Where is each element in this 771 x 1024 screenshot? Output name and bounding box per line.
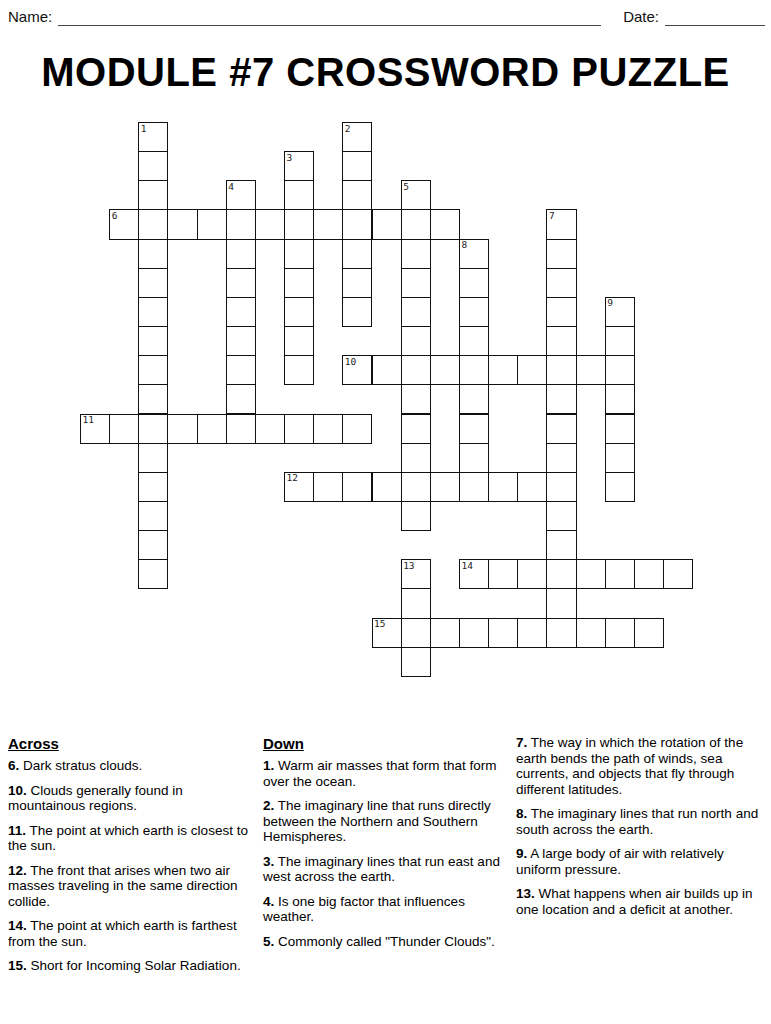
clue-number: 9 xyxy=(607,298,613,308)
grid-cell[interactable] xyxy=(605,355,635,385)
grid-cell[interactable] xyxy=(138,239,168,269)
grid-cell[interactable] xyxy=(167,209,197,239)
grid-cell[interactable] xyxy=(401,384,431,414)
grid-cell[interactable] xyxy=(517,355,547,385)
grid-cell[interactable] xyxy=(605,326,635,356)
grid-cell[interactable] xyxy=(546,384,576,414)
grid-cell[interactable] xyxy=(284,239,314,269)
grid-cell[interactable] xyxy=(517,559,547,589)
grid-cell[interactable] xyxy=(372,355,402,385)
grid-cell[interactable] xyxy=(576,559,606,589)
grid-cell[interactable] xyxy=(517,618,547,648)
clue-item: 6. Dark stratus clouds. xyxy=(8,758,256,774)
grid-cell[interactable] xyxy=(401,268,431,298)
grid-cell[interactable] xyxy=(284,355,314,385)
grid-cell[interactable]: 7 xyxy=(546,209,576,239)
grid-cell[interactable] xyxy=(167,414,197,444)
grid-cell[interactable] xyxy=(401,501,431,531)
grid-cell[interactable] xyxy=(634,618,664,648)
grid-cell[interactable] xyxy=(605,384,635,414)
clue-item: 4. Is one big factor that influences wea… xyxy=(263,894,511,925)
grid-cell[interactable] xyxy=(138,501,168,531)
grid-cell[interactable]: 14 xyxy=(459,559,489,589)
clue-number: 11 xyxy=(83,415,94,425)
grid-cell[interactable] xyxy=(138,180,168,210)
grid-cell[interactable] xyxy=(197,209,227,239)
grid-cell[interactable] xyxy=(284,268,314,298)
grid-cell[interactable]: 13 xyxy=(401,559,431,589)
grid-cell[interactable] xyxy=(605,472,635,502)
grid-cell[interactable]: 6 xyxy=(109,209,139,239)
grid-cell[interactable]: 8 xyxy=(459,239,489,269)
clue-number: 2 xyxy=(345,124,351,134)
across-clues-list: 6. Dark stratus clouds.10. Clouds genera… xyxy=(8,758,256,974)
grid-cell[interactable] xyxy=(226,297,256,327)
clue-item: 12. The front that arises when two air m… xyxy=(8,863,256,910)
grid-cell[interactable] xyxy=(488,355,518,385)
grid-cell[interactable] xyxy=(255,414,285,444)
clue-number: 4 xyxy=(228,182,234,192)
grid-cell[interactable] xyxy=(459,297,489,327)
grid-cell[interactable] xyxy=(197,414,227,444)
grid-cell[interactable] xyxy=(372,209,402,239)
grid-cell[interactable] xyxy=(401,297,431,327)
clue-item: 3. The imaginary lines that run east and… xyxy=(263,854,511,885)
grid-cell[interactable] xyxy=(430,472,460,502)
grid-cell[interactable] xyxy=(605,559,635,589)
grid-cell[interactable] xyxy=(342,209,372,239)
clue-item: 2. The imaginary line that runs directly… xyxy=(263,798,511,845)
grid-cell[interactable] xyxy=(488,618,518,648)
grid-cell[interactable] xyxy=(138,268,168,298)
clue-item: 15. Short for Incoming Solar Radiation. xyxy=(8,958,256,974)
grid-cell[interactable] xyxy=(226,239,256,269)
grid-cell[interactable] xyxy=(546,501,576,531)
grid-cell[interactable] xyxy=(138,384,168,414)
grid-cell[interactable] xyxy=(226,209,256,239)
grid-cell[interactable] xyxy=(226,326,256,356)
name-date-row: Name: Date: xyxy=(8,8,765,26)
clue-item: 7. The way in which the rotation of the … xyxy=(516,735,766,797)
grid-cell[interactable] xyxy=(342,151,372,181)
grid-cell[interactable] xyxy=(401,588,431,618)
grid-cell[interactable]: 3 xyxy=(284,151,314,181)
grid-cell[interactable]: 11 xyxy=(80,414,110,444)
grid-cell[interactable] xyxy=(255,209,285,239)
clue-item: 1. Warm air masses that form that form o… xyxy=(263,758,511,789)
grid-cell[interactable] xyxy=(517,472,547,502)
grid-cell[interactable] xyxy=(576,618,606,648)
grid-cell[interactable] xyxy=(401,355,431,385)
grid-cell[interactable] xyxy=(546,443,576,473)
grid-cell[interactable] xyxy=(138,355,168,385)
clue-item: 5. Commonly called "Thunder Clouds". xyxy=(263,934,511,950)
grid-cell[interactable] xyxy=(430,209,460,239)
grid-cell[interactable] xyxy=(284,180,314,210)
grid-cell[interactable] xyxy=(430,355,460,385)
grid-cell[interactable]: 9 xyxy=(605,297,635,327)
grid-cell[interactable] xyxy=(284,414,314,444)
grid-cell[interactable] xyxy=(313,209,343,239)
grid-cell[interactable]: 15 xyxy=(372,618,402,648)
clue-number: 15 xyxy=(374,619,385,629)
grid-cell[interactable] xyxy=(138,559,168,589)
clue-item: 10. Clouds generally found in mountainou… xyxy=(8,783,256,814)
grid-cell[interactable] xyxy=(372,472,402,502)
down-clues-column-1: Down 1. Warm air masses that form that f… xyxy=(263,735,511,958)
grid-cell[interactable] xyxy=(342,414,372,444)
grid-cell[interactable] xyxy=(401,326,431,356)
date-input-line[interactable] xyxy=(665,8,765,26)
grid-cell[interactable]: 1 xyxy=(138,122,168,152)
across-heading: Across xyxy=(8,735,256,752)
clue-number: 8 xyxy=(461,240,467,250)
grid-cell[interactable] xyxy=(605,443,635,473)
grid-cell[interactable] xyxy=(459,384,489,414)
grid-cell[interactable] xyxy=(342,180,372,210)
grid-cell[interactable] xyxy=(459,618,489,648)
clue-number: 14 xyxy=(461,561,472,571)
name-label: Name: xyxy=(8,8,52,26)
grid-cell[interactable] xyxy=(576,355,606,385)
across-clues-column: Across 6. Dark stratus clouds.10. Clouds… xyxy=(8,735,256,983)
down-clues-list-1: 1. Warm air masses that form that form o… xyxy=(263,758,511,949)
grid-cell[interactable] xyxy=(546,326,576,356)
grid-cell[interactable]: 12 xyxy=(284,472,314,502)
down-clues-list-2: 7. The way in which the rotation of the … xyxy=(516,735,766,917)
page-title: MODULE #7 CROSSWORD PUZZLE xyxy=(0,50,771,95)
grid-cell[interactable] xyxy=(546,618,576,648)
grid-cell[interactable] xyxy=(546,472,576,502)
clue-number: 10 xyxy=(345,357,356,367)
grid-cell[interactable] xyxy=(401,472,431,502)
grid-cell[interactable] xyxy=(342,472,372,502)
grid-cell[interactable] xyxy=(226,268,256,298)
grid-cell[interactable] xyxy=(546,239,576,269)
name-input-line[interactable] xyxy=(58,8,601,26)
grid-cell[interactable] xyxy=(546,588,576,618)
grid-cell[interactable] xyxy=(138,209,168,239)
grid-cell[interactable] xyxy=(226,414,256,444)
grid-cell[interactable] xyxy=(226,384,256,414)
grid-cell[interactable] xyxy=(488,559,518,589)
grid-cell[interactable] xyxy=(546,297,576,327)
clue-number: 12 xyxy=(287,473,298,483)
grid-cell[interactable] xyxy=(459,326,489,356)
grid-cell[interactable] xyxy=(138,530,168,560)
grid-cell[interactable] xyxy=(313,472,343,502)
grid-cell[interactable] xyxy=(401,618,431,648)
grid-cell[interactable] xyxy=(401,443,431,473)
grid-cell[interactable] xyxy=(605,414,635,444)
grid-cell[interactable] xyxy=(138,151,168,181)
clue-number: 1 xyxy=(141,124,147,134)
grid-cell[interactable] xyxy=(459,414,489,444)
grid-cell[interactable] xyxy=(605,618,635,648)
grid-cell[interactable] xyxy=(284,326,314,356)
clue-number: 5 xyxy=(403,182,409,192)
grid-cell[interactable] xyxy=(342,297,372,327)
grid-cell[interactable] xyxy=(546,530,576,560)
clue-item: 13. What happens when air builds up in o… xyxy=(516,886,766,917)
grid-cell[interactable] xyxy=(663,559,693,589)
grid-cell[interactable]: 4 xyxy=(226,180,256,210)
clue-number: 3 xyxy=(287,153,293,163)
date-label: Date: xyxy=(623,8,659,26)
grid-cell[interactable] xyxy=(138,414,168,444)
grid-cell[interactable] xyxy=(138,472,168,502)
grid-cell[interactable] xyxy=(138,443,168,473)
clue-number: 13 xyxy=(403,561,414,571)
grid-cell[interactable] xyxy=(284,209,314,239)
grid-cell[interactable] xyxy=(313,414,343,444)
grid-cell[interactable] xyxy=(546,414,576,444)
clue-item: 9. A large body of air with relatively u… xyxy=(516,846,766,877)
clue-item: 11. The point at which earth is closest … xyxy=(8,823,256,854)
grid-cell[interactable] xyxy=(546,355,576,385)
grid-cell[interactable] xyxy=(138,297,168,327)
down-heading: Down xyxy=(263,735,511,752)
grid-cell[interactable] xyxy=(488,472,518,502)
grid-cell[interactable]: 10 xyxy=(342,355,372,385)
grid-cell[interactable] xyxy=(459,443,489,473)
crossword-worksheet: Name: Date: MODULE #7 CROSSWORD PUZZLE 1… xyxy=(0,0,771,1024)
clue-item: 8. The imaginary lines that run north an… xyxy=(516,806,766,837)
grid-cell[interactable] xyxy=(459,472,489,502)
grid-cell[interactable] xyxy=(401,209,431,239)
grid-cell[interactable] xyxy=(546,268,576,298)
grid-cell[interactable]: 5 xyxy=(401,180,431,210)
grid-cell[interactable] xyxy=(109,414,139,444)
grid-cell[interactable] xyxy=(459,355,489,385)
grid-cell[interactable] xyxy=(401,647,431,677)
grid-cell[interactable] xyxy=(459,268,489,298)
crossword-grid: 123456789101112131415 xyxy=(80,122,694,677)
clue-item: 14. The point at which earth is farthest… xyxy=(8,918,256,949)
clue-number: 6 xyxy=(112,211,118,221)
grid-cell[interactable] xyxy=(138,326,168,356)
clue-number: 7 xyxy=(549,211,555,221)
grid-cell[interactable] xyxy=(226,355,256,385)
grid-cell[interactable] xyxy=(342,239,372,269)
grid-cell[interactable] xyxy=(634,559,664,589)
grid-cell[interactable] xyxy=(401,414,431,444)
grid-cell[interactable]: 2 xyxy=(342,122,372,152)
grid-cell[interactable] xyxy=(401,239,431,269)
grid-cell[interactable] xyxy=(284,297,314,327)
grid-cell[interactable] xyxy=(342,268,372,298)
grid-cell[interactable] xyxy=(546,559,576,589)
down-clues-column-2: 7. The way in which the rotation of the … xyxy=(516,735,766,926)
grid-cell[interactable] xyxy=(430,618,460,648)
